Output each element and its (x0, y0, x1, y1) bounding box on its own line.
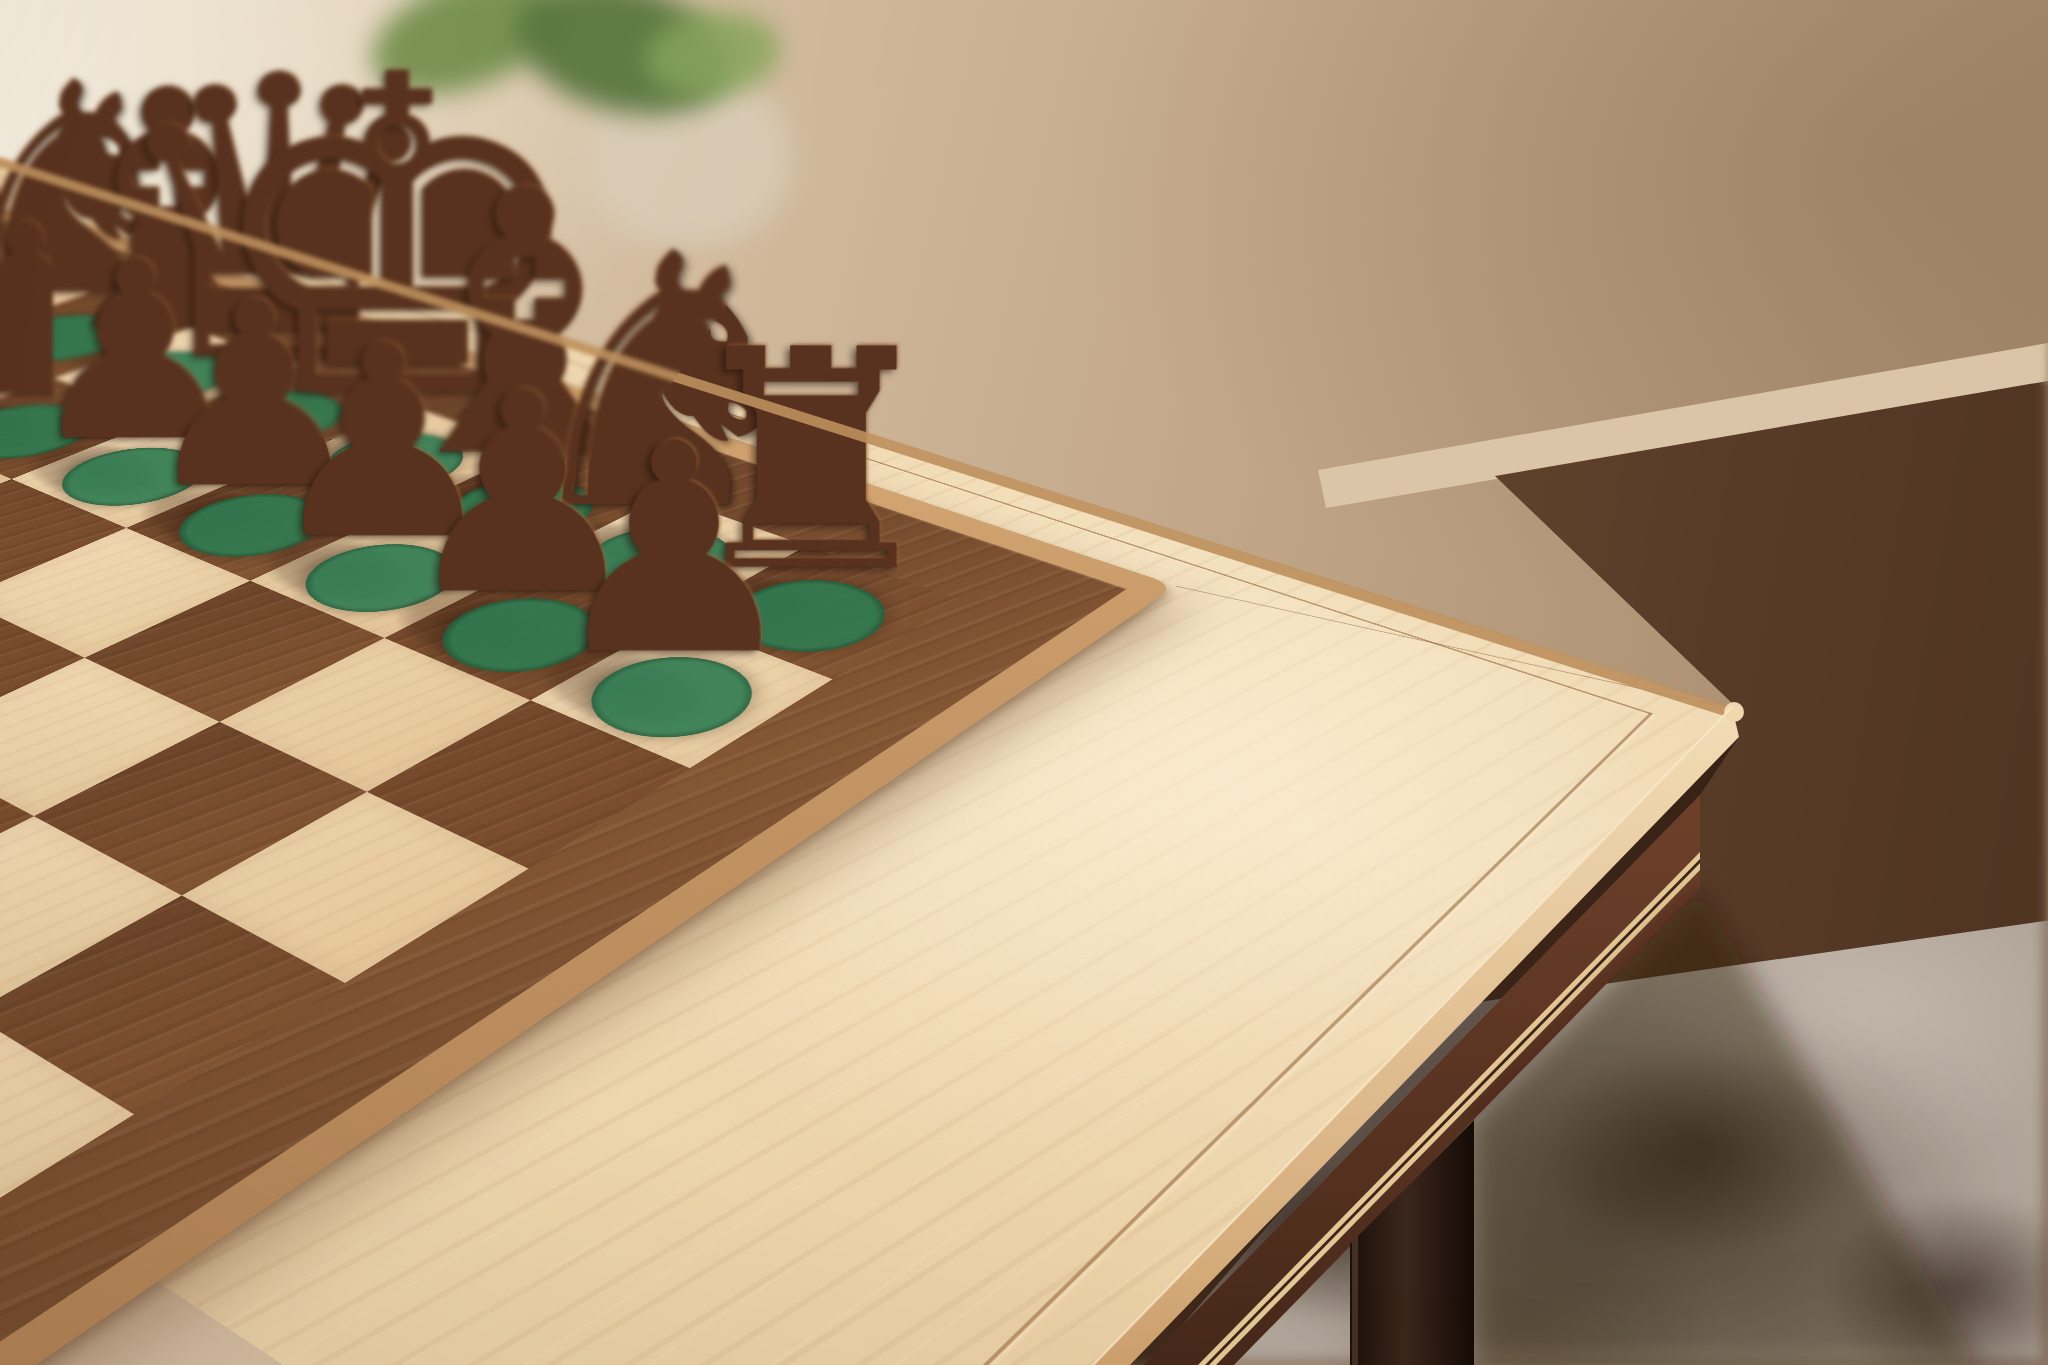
square-g4 (0, 816, 182, 1014)
square-f5 (0, 658, 219, 816)
photo-stage: ♜♞♝♛♚♝♞♜♟♟♟♟♟♟♟♟ (0, 0, 2048, 1365)
square-g5 (34, 722, 367, 896)
piece-black-pawn-h7: ♟ (300, 406, 1048, 695)
square-h4 (0, 895, 345, 1114)
square-f4 (0, 744, 34, 923)
